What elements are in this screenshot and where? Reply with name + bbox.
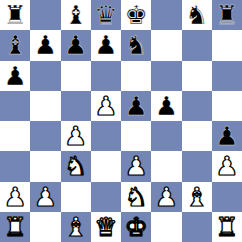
white-pawn[interactable]: ♟ xyxy=(124,151,147,181)
square-c4[interactable]: ♟ xyxy=(61,121,91,151)
square-c5[interactable] xyxy=(61,91,91,121)
square-b1[interactable] xyxy=(30,212,60,242)
white-pawn[interactable]: ♟ xyxy=(3,182,26,212)
square-g4[interactable] xyxy=(182,121,212,151)
white-pawn[interactable]: ♟ xyxy=(64,121,87,151)
square-h6[interactable] xyxy=(212,61,242,91)
square-g8[interactable]: ♞ xyxy=(182,0,212,30)
square-a3[interactable] xyxy=(0,151,30,181)
black-bishop[interactable]: ♝ xyxy=(64,0,87,30)
square-g6[interactable] xyxy=(182,61,212,91)
square-c3[interactable]: ♞ xyxy=(61,151,91,181)
square-h5[interactable] xyxy=(212,91,242,121)
square-f7[interactable] xyxy=(151,30,181,60)
black-pawn[interactable]: ♟ xyxy=(215,121,238,151)
square-g1[interactable] xyxy=(182,212,212,242)
black-pawn[interactable]: ♟ xyxy=(64,30,87,60)
square-g3[interactable] xyxy=(182,151,212,181)
white-pawn[interactable]: ♟ xyxy=(34,182,57,212)
square-f5[interactable]: ♟ xyxy=(151,91,181,121)
white-pawn[interactable]: ♟ xyxy=(215,151,238,181)
square-a5[interactable] xyxy=(0,91,30,121)
square-e8[interactable]: ♚ xyxy=(121,0,151,30)
square-b5[interactable] xyxy=(30,91,60,121)
white-rook[interactable]: ♜ xyxy=(215,212,238,242)
square-c7[interactable]: ♟ xyxy=(61,30,91,60)
square-h1[interactable]: ♜ xyxy=(212,212,242,242)
square-f3[interactable] xyxy=(151,151,181,181)
black-king[interactable]: ♚ xyxy=(124,0,147,30)
square-f6[interactable] xyxy=(151,61,181,91)
square-a7[interactable]: ♝ xyxy=(0,30,30,60)
black-queen[interactable]: ♛ xyxy=(94,0,117,30)
square-d2[interactable] xyxy=(91,182,121,212)
square-d5[interactable]: ♟ xyxy=(91,91,121,121)
black-bishop[interactable]: ♝ xyxy=(3,30,26,60)
square-e3[interactable]: ♟ xyxy=(121,151,151,181)
square-b4[interactable] xyxy=(30,121,60,151)
square-b8[interactable] xyxy=(30,0,60,30)
white-knight[interactable]: ♞ xyxy=(124,182,147,212)
square-h4[interactable]: ♟ xyxy=(212,121,242,151)
white-king[interactable]: ♚ xyxy=(124,212,147,242)
square-f2[interactable]: ♟ xyxy=(151,182,181,212)
square-d3[interactable] xyxy=(91,151,121,181)
square-g7[interactable] xyxy=(182,30,212,60)
square-h7[interactable] xyxy=(212,30,242,60)
square-f4[interactable] xyxy=(151,121,181,151)
black-pawn[interactable]: ♟ xyxy=(3,61,26,91)
square-e1[interactable]: ♚ xyxy=(121,212,151,242)
white-pawn[interactable]: ♟ xyxy=(155,182,178,212)
square-c2[interactable] xyxy=(61,182,91,212)
square-f1[interactable] xyxy=(151,212,181,242)
square-e4[interactable] xyxy=(121,121,151,151)
black-rook[interactable]: ♜ xyxy=(3,0,26,30)
square-b3[interactable] xyxy=(30,151,60,181)
square-c1[interactable]: ♝ xyxy=(61,212,91,242)
square-h3[interactable]: ♟ xyxy=(212,151,242,181)
square-g5[interactable] xyxy=(182,91,212,121)
square-a6[interactable]: ♟ xyxy=(0,61,30,91)
square-d4[interactable] xyxy=(91,121,121,151)
square-f8[interactable] xyxy=(151,0,181,30)
square-b7[interactable]: ♟ xyxy=(30,30,60,60)
white-pawn[interactable]: ♟ xyxy=(94,91,117,121)
square-d6[interactable] xyxy=(91,61,121,91)
square-d7[interactable]: ♟ xyxy=(91,30,121,60)
white-bishop[interactable]: ♝ xyxy=(64,212,87,242)
black-knight[interactable]: ♞ xyxy=(185,0,208,30)
black-pawn[interactable]: ♟ xyxy=(155,91,178,121)
square-b6[interactable] xyxy=(30,61,60,91)
black-pawn[interactable]: ♟ xyxy=(34,30,57,60)
chess-board: ♜♝♛♚♞♜♝♟♟♟♞♟♟♟♟♟♟♞♟♟♟♟♞♟♝♜♝♛♚♜ xyxy=(0,0,242,242)
square-e7[interactable]: ♞ xyxy=(121,30,151,60)
white-knight[interactable]: ♞ xyxy=(64,151,87,181)
square-e6[interactable] xyxy=(121,61,151,91)
square-e2[interactable]: ♞ xyxy=(121,182,151,212)
square-c8[interactable]: ♝ xyxy=(61,0,91,30)
square-d8[interactable]: ♛ xyxy=(91,0,121,30)
black-pawn[interactable]: ♟ xyxy=(94,30,117,60)
white-bishop[interactable]: ♝ xyxy=(185,182,208,212)
square-d1[interactable]: ♛ xyxy=(91,212,121,242)
square-e5[interactable]: ♟ xyxy=(121,91,151,121)
square-a4[interactable] xyxy=(0,121,30,151)
square-a1[interactable]: ♜ xyxy=(0,212,30,242)
square-a2[interactable]: ♟ xyxy=(0,182,30,212)
square-b2[interactable]: ♟ xyxy=(30,182,60,212)
black-rook[interactable]: ♜ xyxy=(215,0,238,30)
square-h2[interactable] xyxy=(212,182,242,212)
square-g2[interactable]: ♝ xyxy=(182,182,212,212)
square-h8[interactable]: ♜ xyxy=(212,0,242,30)
white-queen[interactable]: ♛ xyxy=(94,212,117,242)
square-a8[interactable]: ♜ xyxy=(0,0,30,30)
black-pawn[interactable]: ♟ xyxy=(124,91,147,121)
white-rook[interactable]: ♜ xyxy=(3,212,26,242)
square-c6[interactable] xyxy=(61,61,91,91)
black-knight[interactable]: ♞ xyxy=(124,30,147,60)
